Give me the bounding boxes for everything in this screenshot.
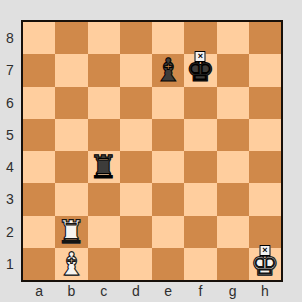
square-g8[interactable] — [217, 22, 249, 54]
black-rook-c4[interactable]: ♜ — [88, 151, 120, 183]
square-e4[interactable] — [152, 151, 184, 183]
square-a3[interactable] — [23, 183, 55, 215]
square-e2[interactable] — [152, 216, 184, 248]
square-d3[interactable] — [120, 183, 152, 215]
square-g6[interactable] — [217, 87, 249, 119]
square-h6[interactable] — [249, 87, 281, 119]
file-label-f: f — [184, 281, 216, 301]
rank-label-3: 3 — [0, 183, 20, 215]
white-bishop-b1[interactable]: ♝ — [55, 248, 87, 280]
square-b5[interactable] — [55, 119, 87, 151]
square-b8[interactable] — [55, 22, 87, 54]
square-c5[interactable] — [88, 119, 120, 151]
square-f6[interactable] — [184, 87, 216, 119]
square-f1[interactable] — [184, 248, 216, 280]
square-e8[interactable] — [152, 22, 184, 54]
square-a2[interactable] — [23, 216, 55, 248]
chess-board: ♝♚×♜♜♝♚× — [21, 20, 283, 282]
file-label-c: c — [88, 281, 120, 301]
square-g5[interactable] — [217, 119, 249, 151]
rank-label-5: 5 — [0, 119, 20, 151]
square-c2[interactable] — [88, 216, 120, 248]
square-g2[interactable] — [217, 216, 249, 248]
square-c4[interactable]: ♜ — [88, 151, 120, 183]
square-b2[interactable]: ♜ — [55, 216, 87, 248]
square-c6[interactable] — [88, 87, 120, 119]
square-h2[interactable] — [249, 216, 281, 248]
square-d5[interactable] — [120, 119, 152, 151]
square-e7[interactable]: ♝ — [152, 54, 184, 86]
square-h1[interactable]: ♚× — [249, 248, 281, 280]
square-f3[interactable] — [184, 183, 216, 215]
rank-label-1: 1 — [0, 248, 20, 280]
file-label-h: h — [249, 281, 281, 301]
file-label-b: b — [55, 281, 87, 301]
square-d7[interactable] — [120, 54, 152, 86]
square-a1[interactable] — [23, 248, 55, 280]
rank-label-8: 8 — [0, 22, 20, 54]
king-x-marker-h1: × — [259, 245, 270, 256]
file-label-e: e — [152, 281, 184, 301]
king-x-marker-f7: × — [195, 51, 206, 62]
square-c3[interactable] — [88, 183, 120, 215]
square-h7[interactable] — [249, 54, 281, 86]
square-a7[interactable] — [23, 54, 55, 86]
square-a5[interactable] — [23, 119, 55, 151]
square-g1[interactable] — [217, 248, 249, 280]
rank-labels: 87654321 — [0, 22, 20, 280]
rank-label-6: 6 — [0, 87, 20, 119]
square-d2[interactable] — [120, 216, 152, 248]
square-e1[interactable] — [152, 248, 184, 280]
rank-label-4: 4 — [0, 151, 20, 183]
square-f8[interactable] — [184, 22, 216, 54]
square-d4[interactable] — [120, 151, 152, 183]
black-bishop-e7[interactable]: ♝ — [152, 54, 184, 86]
square-g4[interactable] — [217, 151, 249, 183]
square-c1[interactable] — [88, 248, 120, 280]
square-f2[interactable] — [184, 216, 216, 248]
square-a6[interactable] — [23, 87, 55, 119]
square-b1[interactable]: ♝ — [55, 248, 87, 280]
square-g3[interactable] — [217, 183, 249, 215]
square-a4[interactable] — [23, 151, 55, 183]
square-d8[interactable] — [120, 22, 152, 54]
square-e5[interactable] — [152, 119, 184, 151]
square-h8[interactable] — [249, 22, 281, 54]
square-h3[interactable] — [249, 183, 281, 215]
square-e6[interactable] — [152, 87, 184, 119]
square-c7[interactable] — [88, 54, 120, 86]
square-b4[interactable] — [55, 151, 87, 183]
rank-label-2: 2 — [0, 216, 20, 248]
square-g7[interactable] — [217, 54, 249, 86]
file-labels: abcdefgh — [23, 281, 281, 301]
square-h4[interactable] — [249, 151, 281, 183]
file-label-g: g — [217, 281, 249, 301]
file-label-d: d — [120, 281, 152, 301]
square-f4[interactable] — [184, 151, 216, 183]
file-label-a: a — [23, 281, 55, 301]
square-b3[interactable] — [55, 183, 87, 215]
rank-label-7: 7 — [0, 54, 20, 86]
square-b7[interactable] — [55, 54, 87, 86]
square-e3[interactable] — [152, 183, 184, 215]
square-b6[interactable] — [55, 87, 87, 119]
white-rook-b2[interactable]: ♜ — [55, 216, 87, 248]
square-h5[interactable] — [249, 119, 281, 151]
square-d6[interactable] — [120, 87, 152, 119]
square-d1[interactable] — [120, 248, 152, 280]
square-c8[interactable] — [88, 22, 120, 54]
square-f5[interactable] — [184, 119, 216, 151]
square-a8[interactable] — [23, 22, 55, 54]
square-f7[interactable]: ♚× — [184, 54, 216, 86]
